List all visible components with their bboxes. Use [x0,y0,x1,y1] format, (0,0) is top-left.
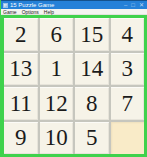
tile-8[interactable]: 8 [75,87,109,120]
menu-item-game[interactable]: Game [3,9,17,15]
minimize-button[interactable]: – [124,2,127,9]
tile-7[interactable]: 7 [111,87,145,120]
window-title: 15 Puzzle Game [10,2,122,9]
window-controls: –□✕ [124,2,144,9]
tile-1[interactable]: 1 [40,53,74,86]
tile-15[interactable]: 15 [75,18,109,51]
menu-item-options[interactable]: Options [22,9,39,15]
tile-9[interactable]: 9 [4,122,38,155]
tile-10[interactable]: 10 [40,122,74,155]
tile-5[interactable]: 5 [75,122,109,155]
tile-14[interactable]: 14 [75,53,109,86]
empty-cell [111,122,145,155]
tile-12[interactable]: 12 [40,87,74,120]
tile-11[interactable]: 11 [4,87,38,120]
menu-item-help[interactable]: Help [44,9,54,15]
puzzle-window: 15 Puzzle Game –□✕ GameOptionsHelp 26154… [0,0,147,157]
puzzle-board-frame: 261541311431112879105 [1,15,147,157]
tile-6[interactable]: 6 [40,18,74,51]
tile-3[interactable]: 3 [111,53,145,86]
tile-2[interactable]: 2 [4,18,38,51]
close-button[interactable]: ✕ [139,2,144,9]
puzzle-grid: 261541311431112879105 [4,18,144,154]
app-icon [3,3,8,8]
tile-13[interactable]: 13 [4,53,38,86]
tile-4[interactable]: 4 [111,18,145,51]
maximize-button[interactable]: □ [131,2,135,9]
